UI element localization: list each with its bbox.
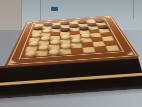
- square-h6[interactable]: [97, 25, 108, 29]
- square-d2[interactable]: [59, 44, 70, 50]
- light-piece[interactable]: [41, 29, 51, 33]
- dark-piece[interactable]: [51, 25, 60, 29]
- dark-piece[interactable]: [94, 19, 104, 22]
- checkers-board-photo: [0, 0, 142, 107]
- square-e1[interactable]: [71, 48, 83, 54]
- square-f6[interactable]: [79, 27, 89, 31]
- dark-piece[interactable]: [60, 21, 69, 25]
- piece-top: [95, 19, 104, 22]
- square-h8[interactable]: [95, 19, 105, 22]
- dark-piece[interactable]: [69, 24, 78, 28]
- light-piece[interactable]: [59, 43, 70, 49]
- square-e7[interactable]: [69, 24, 78, 28]
- light-piece[interactable]: [49, 39, 60, 44]
- wall-corner-line: [133, 0, 134, 19]
- dark-piece[interactable]: [60, 27, 69, 31]
- dark-piece[interactable]: [77, 20, 86, 23]
- piece-top: [71, 38, 81, 43]
- light-piece[interactable]: [23, 50, 36, 56]
- square-c1[interactable]: [47, 49, 59, 55]
- piece-top: [97, 25, 107, 29]
- light-piece[interactable]: [60, 34, 70, 39]
- wall-label: [51, 6, 58, 11]
- piece-top: [79, 26, 88, 30]
- square-g7[interactable]: [87, 23, 97, 27]
- wall-left-panel: [0, 0, 21, 32]
- light-piece[interactable]: [70, 38, 81, 43]
- square-d6[interactable]: [60, 28, 70, 32]
- square-h1[interactable]: [105, 45, 119, 51]
- square-f8[interactable]: [78, 21, 87, 25]
- light-piece[interactable]: [80, 33, 91, 38]
- dark-piece[interactable]: [87, 22, 97, 26]
- piece-top: [87, 22, 96, 25]
- dark-piece[interactable]: [79, 26, 89, 30]
- light-piece[interactable]: [47, 48, 59, 54]
- square-d1[interactable]: [59, 48, 71, 54]
- square-f4[interactable]: [80, 34, 91, 39]
- wall-corner-line: [21, 0, 22, 30]
- square-c3[interactable]: [49, 40, 60, 45]
- square-d4[interactable]: [60, 35, 70, 40]
- square-e3[interactable]: [70, 38, 81, 43]
- dark-piece[interactable]: [97, 25, 108, 29]
- piece-top: [80, 33, 90, 37]
